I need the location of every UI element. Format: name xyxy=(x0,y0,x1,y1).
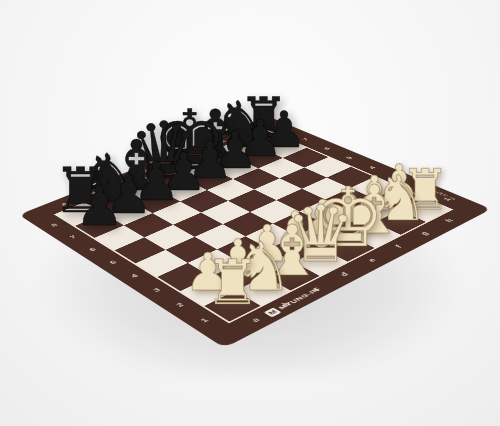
rank-label-right-5: 5 xyxy=(344,156,354,160)
rank-label-right-6: 6 xyxy=(322,146,332,150)
piece-black-pawn-a7[interactable]: ♟ xyxy=(75,179,124,234)
rank-label-left-3: 3 xyxy=(151,287,162,293)
brand-logo-icon: M xyxy=(264,307,282,317)
piece-white-rook-a1[interactable]: ♜ xyxy=(205,253,260,315)
rank-label-left-5: 5 xyxy=(107,259,117,265)
rank-label-left-6: 6 xyxy=(87,246,97,251)
rank-label-left-4: 4 xyxy=(129,273,140,279)
chess-set-photo-scene: aa88bb77cc66dd55ee44ff33gg22hh11 M MYUNG… xyxy=(0,0,500,426)
